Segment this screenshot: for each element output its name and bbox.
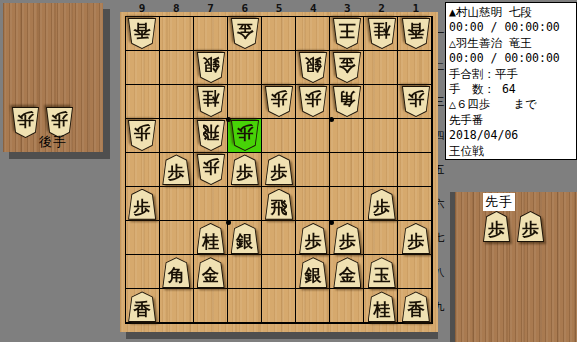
board-cell[interactable] <box>160 85 194 119</box>
board-cell[interactable] <box>160 119 194 153</box>
board-cell[interactable] <box>126 119 160 153</box>
game-info-panel: ▲村山慈明 七段00:00 / 00:00:00△羽生善治 竜王00:00 / … <box>445 2 577 160</box>
board-cell[interactable] <box>330 17 364 51</box>
board-cell[interactable] <box>194 17 228 51</box>
board-cell[interactable] <box>330 255 364 289</box>
board-cell[interactable] <box>160 255 194 289</box>
koma-shape: 歩 <box>517 211 544 242</box>
board-cell[interactable] <box>228 17 262 51</box>
board-cell[interactable] <box>262 153 296 187</box>
board-cell[interactable] <box>398 85 432 119</box>
koma-face: 歩 <box>518 212 543 241</box>
koma-face: 歩 <box>484 212 509 241</box>
info-line: △６四歩 まで <box>449 97 576 112</box>
info-line: 先手番 <box>449 113 576 128</box>
board-cell[interactable] <box>398 255 432 289</box>
info-line: 00:00 / 00:00:00 <box>449 51 576 66</box>
sente-tray-label: 先手 <box>483 193 515 211</box>
board-cell[interactable] <box>160 289 194 323</box>
shogi-board: 香金王桂香銀銀金桂歩歩角歩歩飛歩歩歩歩歩歩飛歩桂銀歩歩歩角金銀金玉香桂香 <box>120 12 438 332</box>
board-cell[interactable] <box>126 187 160 221</box>
piece-kanji: 歩 <box>17 111 34 134</box>
star-point <box>329 117 334 122</box>
piece-kanji: 歩 <box>488 215 505 238</box>
board-cell[interactable] <box>398 17 432 51</box>
board-cell[interactable] <box>194 51 228 85</box>
koma-shape: 歩 <box>483 211 510 242</box>
star-point <box>226 220 231 225</box>
board-cell[interactable] <box>160 51 194 85</box>
board-cell[interactable] <box>262 17 296 51</box>
piece-fu[interactable]: 歩 <box>483 211 510 242</box>
board-cell[interactable] <box>228 255 262 289</box>
info-line: △羽生善治 竜王 <box>449 36 576 51</box>
info-line: 00:00 / 00:00:00 <box>449 20 576 35</box>
shogi-app-window: 歩歩 後手 先手 歩歩 987654321 一二三四五六七八九 香金王桂香銀銀金… <box>0 0 581 342</box>
board-cell[interactable] <box>228 119 262 153</box>
info-line: 手 数： 64 <box>449 82 576 97</box>
board-cell[interactable] <box>364 289 398 323</box>
tray-gote-shadow <box>103 9 110 159</box>
board-cell[interactable] <box>160 187 194 221</box>
board-cell[interactable] <box>364 51 398 85</box>
board-cell[interactable] <box>228 51 262 85</box>
board-cell[interactable] <box>296 17 330 51</box>
board-cell[interactable] <box>262 289 296 323</box>
piece-kanji: 歩 <box>51 111 68 134</box>
board-cell[interactable] <box>126 85 160 119</box>
info-line: ▲村山慈明 七段 <box>449 5 576 20</box>
board-cell[interactable] <box>296 221 330 255</box>
board-cell[interactable] <box>194 187 228 221</box>
sente-captured-tray: 先手 歩歩 <box>455 192 577 342</box>
board-cell[interactable] <box>398 51 432 85</box>
piece-fu[interactable]: 歩 <box>12 107 39 138</box>
board-cell[interactable] <box>296 119 330 153</box>
board-cell[interactable] <box>398 187 432 221</box>
board-cell[interactable] <box>364 153 398 187</box>
board-cell[interactable] <box>194 85 228 119</box>
board-cell[interactable] <box>364 85 398 119</box>
board-cell[interactable] <box>398 221 432 255</box>
piece-fu[interactable]: 歩 <box>517 211 544 242</box>
board-cell[interactable] <box>296 255 330 289</box>
gote-tray-label: 後手 <box>39 133 67 151</box>
board-cell[interactable] <box>330 221 364 255</box>
board-cell[interactable] <box>330 51 364 85</box>
board-cell[interactable] <box>262 255 296 289</box>
board-shadow-bottom <box>126 332 438 339</box>
board-cell[interactable] <box>262 51 296 85</box>
board-cell[interactable] <box>126 153 160 187</box>
board-cell[interactable] <box>194 221 228 255</box>
gote-captured-tray: 歩歩 後手 <box>3 3 103 152</box>
sente-hand-pieces: 歩歩 <box>483 211 544 242</box>
board-grid <box>125 16 433 324</box>
board-cell[interactable] <box>398 289 432 323</box>
board-cell[interactable] <box>228 153 262 187</box>
board-cell[interactable] <box>330 187 364 221</box>
board-cell[interactable] <box>194 289 228 323</box>
board-cell[interactable] <box>126 51 160 85</box>
board-cell[interactable] <box>126 289 160 323</box>
koma-shape: 歩 <box>12 107 39 138</box>
board-cell[interactable] <box>330 153 364 187</box>
board-cell[interactable] <box>228 187 262 221</box>
board-cell[interactable] <box>194 153 228 187</box>
board-cell[interactable] <box>296 187 330 221</box>
board-cell[interactable] <box>296 153 330 187</box>
star-point <box>329 220 334 225</box>
board-cell[interactable] <box>398 153 432 187</box>
board-cell[interactable] <box>364 17 398 51</box>
board-cell[interactable] <box>262 119 296 153</box>
board-cell[interactable] <box>228 289 262 323</box>
board-cell[interactable] <box>228 221 262 255</box>
board-cell[interactable] <box>262 221 296 255</box>
board-cell[interactable] <box>126 255 160 289</box>
board-cell[interactable] <box>296 85 330 119</box>
info-line: 手合割：平手 <box>449 67 576 82</box>
board-cell[interactable] <box>126 221 160 255</box>
board-cell[interactable] <box>364 221 398 255</box>
board-cell[interactable] <box>262 85 296 119</box>
board-cell[interactable] <box>364 255 398 289</box>
info-line: 2018/04/06 <box>449 128 576 143</box>
board-cell[interactable] <box>296 51 330 85</box>
board-cell[interactable] <box>194 119 228 153</box>
board-cell[interactable] <box>330 119 364 153</box>
koma-face: 歩 <box>13 108 38 137</box>
board-cell[interactable] <box>160 221 194 255</box>
board-cell[interactable] <box>296 289 330 323</box>
right-white-strip <box>577 0 581 342</box>
tray-gote-shadow-bottom <box>9 152 110 159</box>
board-cell[interactable] <box>160 153 194 187</box>
board-cell[interactable] <box>364 187 398 221</box>
board-cell[interactable] <box>330 85 364 119</box>
piece-kanji: 歩 <box>522 215 539 238</box>
board-cell[interactable] <box>228 85 262 119</box>
board-cell[interactable] <box>126 17 160 51</box>
board-cell[interactable] <box>364 119 398 153</box>
board-cell[interactable] <box>160 17 194 51</box>
board-cell[interactable] <box>262 187 296 221</box>
board-cell[interactable] <box>398 119 432 153</box>
board-cell[interactable] <box>330 289 364 323</box>
board-cell[interactable] <box>194 255 228 289</box>
info-line: 王位戦 <box>449 144 576 159</box>
